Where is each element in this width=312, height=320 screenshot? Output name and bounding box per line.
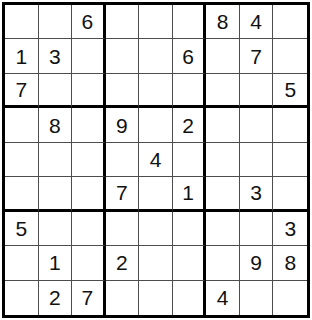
cell-r7c2[interactable] (39, 212, 73, 246)
cell-r3c2[interactable] (39, 74, 73, 108)
cell-r9c8[interactable] (240, 281, 274, 315)
cell-r7c4[interactable] (106, 212, 140, 246)
cell-r5c6[interactable] (173, 143, 207, 177)
cell-r2c8[interactable]: 7 (240, 39, 274, 73)
cell-r9c6[interactable] (173, 281, 207, 315)
cell-r7c7[interactable] (206, 212, 240, 246)
cell-r5c4[interactable] (106, 143, 140, 177)
sudoku-board: 6841367758924713531298274 (2, 2, 310, 318)
cell-r1c8[interactable]: 4 (240, 5, 274, 39)
cell-r1c5[interactable] (139, 5, 173, 39)
cell-r6c5[interactable] (139, 177, 173, 211)
cell-r1c1[interactable] (5, 5, 39, 39)
cell-r4c1[interactable] (5, 108, 39, 142)
cell-r5c5[interactable]: 4 (139, 143, 173, 177)
cell-r8c3[interactable] (72, 246, 106, 280)
cell-r9c1[interactable] (5, 281, 39, 315)
cell-r1c7[interactable]: 8 (206, 5, 240, 39)
cell-r1c3[interactable]: 6 (72, 5, 106, 39)
cell-r3c1[interactable]: 7 (5, 74, 39, 108)
cell-r5c8[interactable] (240, 143, 274, 177)
cell-r7c3[interactable] (72, 212, 106, 246)
cell-r9c7[interactable]: 4 (206, 281, 240, 315)
cell-r9c5[interactable] (139, 281, 173, 315)
cell-r8c9[interactable]: 8 (273, 246, 307, 280)
cell-r7c9[interactable]: 3 (273, 212, 307, 246)
cell-r9c9[interactable] (273, 281, 307, 315)
cell-r3c9[interactable]: 5 (273, 74, 307, 108)
cell-r6c3[interactable] (72, 177, 106, 211)
cell-r6c6[interactable]: 1 (173, 177, 207, 211)
cell-r2c5[interactable] (139, 39, 173, 73)
cell-r4c5[interactable] (139, 108, 173, 142)
cell-r9c2[interactable]: 2 (39, 281, 73, 315)
cell-r8c6[interactable] (173, 246, 207, 280)
cell-r1c9[interactable] (273, 5, 307, 39)
cell-r4c3[interactable] (72, 108, 106, 142)
cell-r8c5[interactable] (139, 246, 173, 280)
cell-r5c1[interactable] (5, 143, 39, 177)
cell-r4c8[interactable] (240, 108, 274, 142)
cell-r1c2[interactable] (39, 5, 73, 39)
cell-r7c8[interactable] (240, 212, 274, 246)
cell-r8c2[interactable]: 1 (39, 246, 73, 280)
cell-r5c3[interactable] (72, 143, 106, 177)
cell-r8c8[interactable]: 9 (240, 246, 274, 280)
cell-r8c7[interactable] (206, 246, 240, 280)
cell-r3c5[interactable] (139, 74, 173, 108)
cell-r3c6[interactable] (173, 74, 207, 108)
cell-r2c4[interactable] (106, 39, 140, 73)
cell-r6c7[interactable] (206, 177, 240, 211)
cell-r6c1[interactable] (5, 177, 39, 211)
cell-r9c4[interactable] (106, 281, 140, 315)
cell-r2c2[interactable]: 3 (39, 39, 73, 73)
cell-r4c2[interactable]: 8 (39, 108, 73, 142)
cell-r9c3[interactable]: 7 (72, 281, 106, 315)
cell-r7c6[interactable] (173, 212, 207, 246)
cell-r5c2[interactable] (39, 143, 73, 177)
cell-r6c4[interactable]: 7 (106, 177, 140, 211)
cell-r3c3[interactable] (72, 74, 106, 108)
cell-r3c7[interactable] (206, 74, 240, 108)
cell-r7c5[interactable] (139, 212, 173, 246)
cell-r6c2[interactable] (39, 177, 73, 211)
cell-r4c9[interactable] (273, 108, 307, 142)
cell-r2c3[interactable] (72, 39, 106, 73)
cell-r1c4[interactable] (106, 5, 140, 39)
cell-r5c7[interactable] (206, 143, 240, 177)
cell-r1c6[interactable] (173, 5, 207, 39)
cell-r2c6[interactable]: 6 (173, 39, 207, 73)
cell-r2c1[interactable]: 1 (5, 39, 39, 73)
cell-r8c1[interactable] (5, 246, 39, 280)
cell-r3c4[interactable] (106, 74, 140, 108)
cell-r5c9[interactable] (273, 143, 307, 177)
cell-r2c7[interactable] (206, 39, 240, 73)
cell-r3c8[interactable] (240, 74, 274, 108)
cell-r7c1[interactable]: 5 (5, 212, 39, 246)
cell-r6c9[interactable] (273, 177, 307, 211)
cell-r4c6[interactable]: 2 (173, 108, 207, 142)
cell-r8c4[interactable]: 2 (106, 246, 140, 280)
cell-r6c8[interactable]: 3 (240, 177, 274, 211)
cell-r4c4[interactable]: 9 (106, 108, 140, 142)
cell-r2c9[interactable] (273, 39, 307, 73)
cell-r4c7[interactable] (206, 108, 240, 142)
